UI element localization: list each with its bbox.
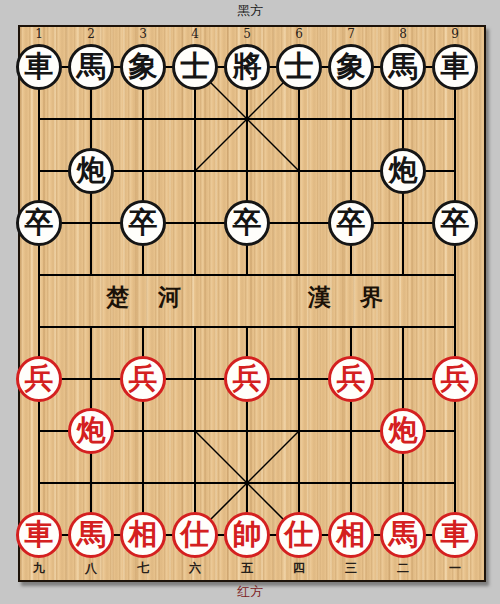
- piece-red-advisor-left[interactable]: 仕: [172, 512, 218, 558]
- piece-black-chariot-left[interactable]: 車: [16, 44, 62, 90]
- file-coordinate-top: 2: [65, 28, 117, 40]
- file-coordinate-bottom: 七: [117, 561, 169, 575]
- piece-black-horse-left[interactable]: 馬: [68, 44, 114, 90]
- piece-black-soldier-3[interactable]: 卒: [224, 200, 270, 246]
- file-coordinate-bottom: 二: [377, 561, 429, 575]
- pieces-layer: 車馬象士將士象馬車炮炮卒卒卒卒卒兵兵兵兵兵炮炮車馬相仕帥仕相馬車: [13, 41, 481, 561]
- piece-red-general[interactable]: 帥: [224, 512, 270, 558]
- piece-black-soldier-4[interactable]: 卒: [328, 200, 374, 246]
- file-coordinate-bottom: 三: [325, 561, 377, 575]
- file-coordinate-top: 5: [221, 28, 273, 40]
- piece-red-advisor-right[interactable]: 仕: [276, 512, 322, 558]
- piece-red-soldier-5[interactable]: 兵: [432, 356, 478, 402]
- piece-black-cannon-left[interactable]: 炮: [68, 148, 114, 194]
- piece-red-elephant-right[interactable]: 相: [328, 512, 374, 558]
- piece-red-elephant-left[interactable]: 相: [120, 512, 166, 558]
- xiangqi-board[interactable]: 123456789: [18, 25, 486, 582]
- file-coordinate-top: 9: [429, 28, 481, 40]
- piece-red-soldier-1[interactable]: 兵: [16, 356, 62, 402]
- file-coordinates-bottom: 九八七六五四三二一: [13, 561, 481, 575]
- file-coordinate-bottom: 一: [429, 561, 481, 575]
- file-coordinates-top: 123456789: [13, 28, 481, 40]
- file-coordinate-top: 1: [13, 28, 65, 40]
- piece-black-elephant-right[interactable]: 象: [328, 44, 374, 90]
- file-coordinate-bottom: 四: [273, 561, 325, 575]
- file-coordinate-top: 3: [117, 28, 169, 40]
- piece-black-chariot-right[interactable]: 車: [432, 44, 478, 90]
- red-side-label: 红方: [0, 584, 500, 599]
- piece-black-soldier-5[interactable]: 卒: [432, 200, 478, 246]
- file-coordinate-top: 8: [377, 28, 429, 40]
- file-coordinate-bottom: 六: [169, 561, 221, 575]
- piece-red-horse-left[interactable]: 馬: [68, 512, 114, 558]
- piece-black-advisor-right[interactable]: 士: [276, 44, 322, 90]
- piece-black-advisor-left[interactable]: 士: [172, 44, 218, 90]
- piece-black-soldier-2[interactable]: 卒: [120, 200, 166, 246]
- piece-red-soldier-3[interactable]: 兵: [224, 356, 270, 402]
- piece-black-elephant-left[interactable]: 象: [120, 44, 166, 90]
- piece-red-chariot-right[interactable]: 車: [432, 512, 478, 558]
- file-coordinate-bottom: 九: [13, 561, 65, 575]
- piece-black-horse-right[interactable]: 馬: [380, 44, 426, 90]
- piece-red-chariot-left[interactable]: 車: [16, 512, 62, 558]
- piece-black-general[interactable]: 將: [224, 44, 270, 90]
- piece-black-soldier-1[interactable]: 卒: [16, 200, 62, 246]
- file-coordinate-top: 4: [169, 28, 221, 40]
- file-coordinate-top: 6: [273, 28, 325, 40]
- file-coordinate-bottom: 五: [221, 561, 273, 575]
- file-coordinate-top: 7: [325, 28, 377, 40]
- black-side-label: 黑方: [0, 3, 500, 18]
- piece-red-cannon-left[interactable]: 炮: [68, 408, 114, 454]
- piece-black-cannon-right[interactable]: 炮: [380, 148, 426, 194]
- piece-red-soldier-4[interactable]: 兵: [328, 356, 374, 402]
- piece-red-cannon-right[interactable]: 炮: [380, 408, 426, 454]
- file-coordinate-bottom: 八: [65, 561, 117, 575]
- piece-red-horse-right[interactable]: 馬: [380, 512, 426, 558]
- piece-red-soldier-2[interactable]: 兵: [120, 356, 166, 402]
